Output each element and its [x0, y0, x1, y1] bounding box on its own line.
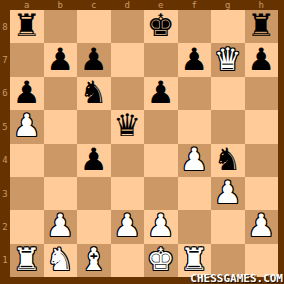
- square-c3: [77, 177, 111, 210]
- square-h8: ♜: [245, 10, 279, 43]
- white-rook-f1: ♜: [180, 244, 208, 275]
- square-h3: [245, 177, 279, 210]
- square-c2: [77, 210, 111, 243]
- rank-label-4: 4: [0, 144, 10, 177]
- square-d5: ♛: [111, 110, 145, 143]
- square-d7: [111, 43, 145, 76]
- square-f5: [178, 110, 212, 143]
- rank-label-1: 1: [0, 244, 10, 277]
- chess-board: ♜♚♜♟♟♟♛♟♟♞♟♟♛♟♟♞♟♟♟♟♟♜♞♝♚♜: [10, 10, 278, 277]
- white-pawn-h2: ♟: [247, 210, 275, 241]
- white-pawn-e2: ♟: [147, 210, 175, 241]
- square-a6: ♟: [10, 77, 44, 110]
- square-g4: ♞: [211, 144, 245, 177]
- square-c4: ♟: [77, 144, 111, 177]
- square-d1: [111, 244, 145, 277]
- file-label-b: b: [44, 0, 78, 10]
- square-e3: [144, 177, 178, 210]
- black-pawn-h7: ♟: [247, 44, 275, 75]
- square-f6: [178, 77, 212, 110]
- square-h2: ♟: [245, 210, 279, 243]
- black-pawn-c4: ♟: [80, 144, 108, 175]
- rank-label-6: 6: [0, 77, 10, 110]
- square-c8: [77, 10, 111, 43]
- white-king-e1: ♚: [147, 244, 175, 275]
- black-pawn-f7: ♟: [180, 44, 208, 75]
- square-c6: ♞: [77, 77, 111, 110]
- square-f3: [178, 177, 212, 210]
- black-knight-c6: ♞: [80, 77, 108, 108]
- file-labels: abcdefgh: [10, 0, 278, 10]
- square-b1: ♞: [44, 244, 78, 277]
- square-f2: [178, 210, 212, 243]
- white-queen-g7: ♛: [214, 44, 242, 75]
- white-pawn-g3: ♟: [214, 177, 242, 208]
- square-a2: [10, 210, 44, 243]
- square-a7: [10, 43, 44, 76]
- square-c5: [77, 110, 111, 143]
- file-label-c: c: [77, 0, 111, 10]
- square-a4: [10, 144, 44, 177]
- rank-labels: 87654321: [0, 10, 10, 277]
- square-g2: [211, 210, 245, 243]
- square-g7: ♛: [211, 43, 245, 76]
- rank-label-7: 7: [0, 43, 10, 76]
- square-g8: [211, 10, 245, 43]
- chess-diagram: abcdefgh 87654321 ♜♚♜♟♟♟♛♟♟♞♟♟♛♟♟♞♟♟♟♟♟♜…: [0, 0, 284, 284]
- black-pawn-a6: ♟: [13, 77, 41, 108]
- file-label-d: d: [111, 0, 145, 10]
- black-king-e8: ♚: [147, 10, 175, 41]
- black-queen-d5: ♛: [113, 110, 141, 141]
- black-rook-a8: ♜: [13, 10, 41, 41]
- black-knight-g4: ♞: [214, 144, 242, 175]
- white-knight-b1: ♞: [46, 244, 74, 275]
- square-e8: ♚: [144, 10, 178, 43]
- square-b8: [44, 10, 78, 43]
- rank-label-3: 3: [0, 177, 10, 210]
- square-a8: ♜: [10, 10, 44, 43]
- square-d4: [111, 144, 145, 177]
- square-b5: [44, 110, 78, 143]
- square-d2: ♟: [111, 210, 145, 243]
- square-f4: ♟: [178, 144, 212, 177]
- square-e2: ♟: [144, 210, 178, 243]
- rank-label-8: 8: [0, 10, 10, 43]
- black-pawn-c7: ♟: [80, 44, 108, 75]
- white-pawn-a5: ♟: [13, 110, 41, 141]
- rank-label-2: 2: [0, 210, 10, 243]
- file-label-g: g: [211, 0, 245, 10]
- square-g3: ♟: [211, 177, 245, 210]
- white-pawn-f4: ♟: [180, 144, 208, 175]
- square-c7: ♟: [77, 43, 111, 76]
- black-pawn-b7: ♟: [46, 44, 74, 75]
- square-h4: [245, 144, 279, 177]
- square-a1: ♜: [10, 244, 44, 277]
- white-bishop-c1: ♝: [80, 244, 108, 275]
- black-pawn-e6: ♟: [147, 77, 175, 108]
- square-h5: [245, 110, 279, 143]
- white-pawn-d2: ♟: [113, 210, 141, 241]
- square-e6: ♟: [144, 77, 178, 110]
- square-a5: ♟: [10, 110, 44, 143]
- square-b4: [44, 144, 78, 177]
- white-pawn-b2: ♟: [46, 210, 74, 241]
- rank-label-5: 5: [0, 110, 10, 143]
- chessgames-watermark: CHESSGAMES.COM: [190, 273, 283, 284]
- square-e5: [144, 110, 178, 143]
- file-label-h: h: [245, 0, 279, 10]
- square-e4: [144, 144, 178, 177]
- square-f7: ♟: [178, 43, 212, 76]
- square-f8: [178, 10, 212, 43]
- square-c1: ♝: [77, 244, 111, 277]
- square-d8: [111, 10, 145, 43]
- square-h6: [245, 77, 279, 110]
- black-rook-h8: ♜: [247, 10, 275, 41]
- square-e7: [144, 43, 178, 76]
- square-g5: [211, 110, 245, 143]
- file-label-f: f: [178, 0, 212, 10]
- square-e1: ♚: [144, 244, 178, 277]
- white-rook-a1: ♜: [13, 244, 41, 275]
- square-a3: [10, 177, 44, 210]
- square-b2: ♟: [44, 210, 78, 243]
- square-h7: ♟: [245, 43, 279, 76]
- file-label-e: e: [144, 0, 178, 10]
- square-d6: [111, 77, 145, 110]
- square-b7: ♟: [44, 43, 78, 76]
- square-g6: [211, 77, 245, 110]
- square-b6: [44, 77, 78, 110]
- file-label-a: a: [10, 0, 44, 10]
- square-b3: [44, 177, 78, 210]
- square-d3: [111, 177, 145, 210]
